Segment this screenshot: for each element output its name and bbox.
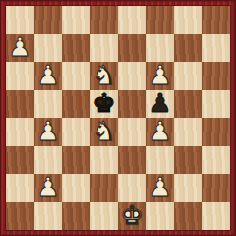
- square-b1[interactable]: [34, 202, 62, 230]
- square-e3[interactable]: [118, 146, 146, 174]
- square-f6[interactable]: ♟: [146, 62, 174, 90]
- square-a1[interactable]: [6, 202, 34, 230]
- square-b7[interactable]: [34, 34, 62, 62]
- square-a2[interactable]: [6, 174, 34, 202]
- square-e7[interactable]: [118, 34, 146, 62]
- square-f1[interactable]: [146, 202, 174, 230]
- white-pawn[interactable]: ♟: [36, 62, 59, 88]
- square-f4[interactable]: ♟: [146, 118, 174, 146]
- square-a8[interactable]: [6, 6, 34, 34]
- square-d6[interactable]: ♞: [90, 62, 118, 90]
- square-h4[interactable]: [202, 118, 230, 146]
- square-e8[interactable]: [118, 6, 146, 34]
- square-d1[interactable]: [90, 202, 118, 230]
- white-knight[interactable]: ♞: [92, 118, 115, 144]
- square-h2[interactable]: [202, 174, 230, 202]
- square-d4[interactable]: ♞: [90, 118, 118, 146]
- square-g8[interactable]: [174, 6, 202, 34]
- square-b8[interactable]: [34, 6, 62, 34]
- square-b6[interactable]: ♟: [34, 62, 62, 90]
- white-knight[interactable]: ♞: [92, 62, 115, 88]
- black-king[interactable]: ♚: [92, 90, 115, 116]
- white-king[interactable]: ♚: [120, 202, 143, 228]
- square-f5[interactable]: ♟: [146, 90, 174, 118]
- square-a5[interactable]: [6, 90, 34, 118]
- square-h8[interactable]: [202, 6, 230, 34]
- square-a3[interactable]: [6, 146, 34, 174]
- board-frame: ♟♟♞♟♚♟♟♞♟♟♟♚: [0, 0, 236, 236]
- square-a7[interactable]: ♟: [6, 34, 34, 62]
- square-b2[interactable]: ♟: [34, 174, 62, 202]
- square-g4[interactable]: [174, 118, 202, 146]
- square-c7[interactable]: [62, 34, 90, 62]
- square-g6[interactable]: [174, 62, 202, 90]
- square-e6[interactable]: [118, 62, 146, 90]
- square-h6[interactable]: [202, 62, 230, 90]
- square-g1[interactable]: [174, 202, 202, 230]
- white-pawn[interactable]: ♟: [36, 174, 59, 200]
- square-a4[interactable]: [6, 118, 34, 146]
- square-b5[interactable]: [34, 90, 62, 118]
- square-c5[interactable]: [62, 90, 90, 118]
- white-pawn[interactable]: ♟: [148, 174, 171, 200]
- square-f7[interactable]: [146, 34, 174, 62]
- square-h3[interactable]: [202, 146, 230, 174]
- square-c4[interactable]: [62, 118, 90, 146]
- white-pawn[interactable]: ♟: [148, 118, 171, 144]
- white-pawn[interactable]: ♟: [36, 118, 59, 144]
- square-d2[interactable]: [90, 174, 118, 202]
- square-b3[interactable]: [34, 146, 62, 174]
- white-pawn[interactable]: ♟: [8, 34, 31, 60]
- square-g2[interactable]: [174, 174, 202, 202]
- square-h7[interactable]: [202, 34, 230, 62]
- square-g7[interactable]: [174, 34, 202, 62]
- square-c3[interactable]: [62, 146, 90, 174]
- white-pawn[interactable]: ♟: [148, 62, 171, 88]
- square-d7[interactable]: [90, 34, 118, 62]
- square-f8[interactable]: [146, 6, 174, 34]
- square-e4[interactable]: [118, 118, 146, 146]
- square-d3[interactable]: [90, 146, 118, 174]
- square-c2[interactable]: [62, 174, 90, 202]
- square-g3[interactable]: [174, 146, 202, 174]
- square-g5[interactable]: [174, 90, 202, 118]
- square-e5[interactable]: [118, 90, 146, 118]
- square-d8[interactable]: [90, 6, 118, 34]
- square-c6[interactable]: [62, 62, 90, 90]
- chess-board: ♟♟♞♟♚♟♟♞♟♟♟♚: [6, 6, 230, 230]
- square-c1[interactable]: [62, 202, 90, 230]
- square-e2[interactable]: [118, 174, 146, 202]
- square-b4[interactable]: ♟: [34, 118, 62, 146]
- square-a6[interactable]: [6, 62, 34, 90]
- square-c8[interactable]: [62, 6, 90, 34]
- square-d5[interactable]: ♚: [90, 90, 118, 118]
- square-f3[interactable]: [146, 146, 174, 174]
- square-h5[interactable]: [202, 90, 230, 118]
- square-f2[interactable]: ♟: [146, 174, 174, 202]
- square-e1[interactable]: ♚: [118, 202, 146, 230]
- square-h1[interactable]: [202, 202, 230, 230]
- black-pawn[interactable]: ♟: [148, 90, 171, 116]
